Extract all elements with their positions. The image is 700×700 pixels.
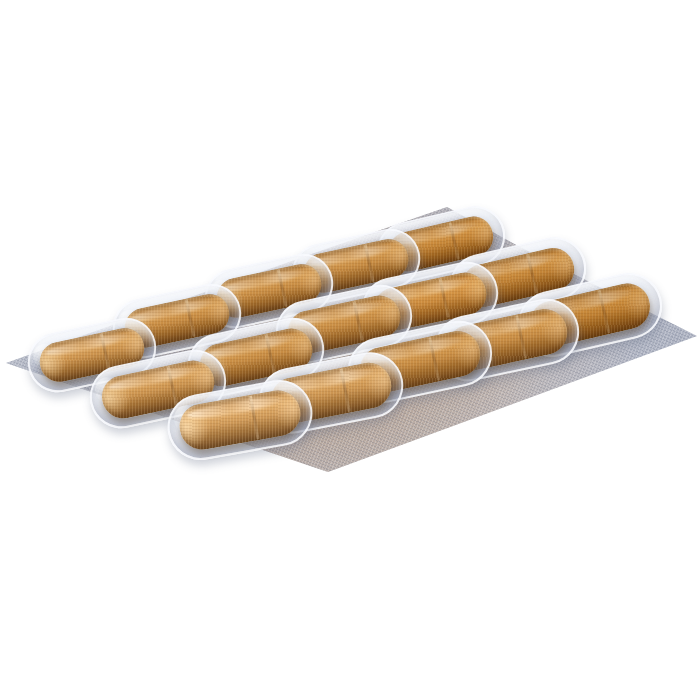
capsule-seam xyxy=(352,301,363,341)
capsule-seam xyxy=(99,334,110,371)
capsule-seam xyxy=(264,334,275,374)
capsule-seam xyxy=(526,254,538,294)
capsule-seam xyxy=(363,245,374,282)
photo-scene xyxy=(0,0,700,700)
blister-pack xyxy=(0,0,700,700)
capsule-seam xyxy=(276,270,287,307)
capsule-seam xyxy=(516,315,528,358)
capsule-seam xyxy=(448,222,459,259)
capsule-seam xyxy=(340,369,351,412)
capsule-seam xyxy=(598,290,611,333)
capsule-seam xyxy=(429,337,441,380)
capsule-seam xyxy=(184,300,195,337)
capsule xyxy=(176,387,304,453)
capsule-seam xyxy=(249,396,259,439)
capsule-seam xyxy=(438,278,449,318)
